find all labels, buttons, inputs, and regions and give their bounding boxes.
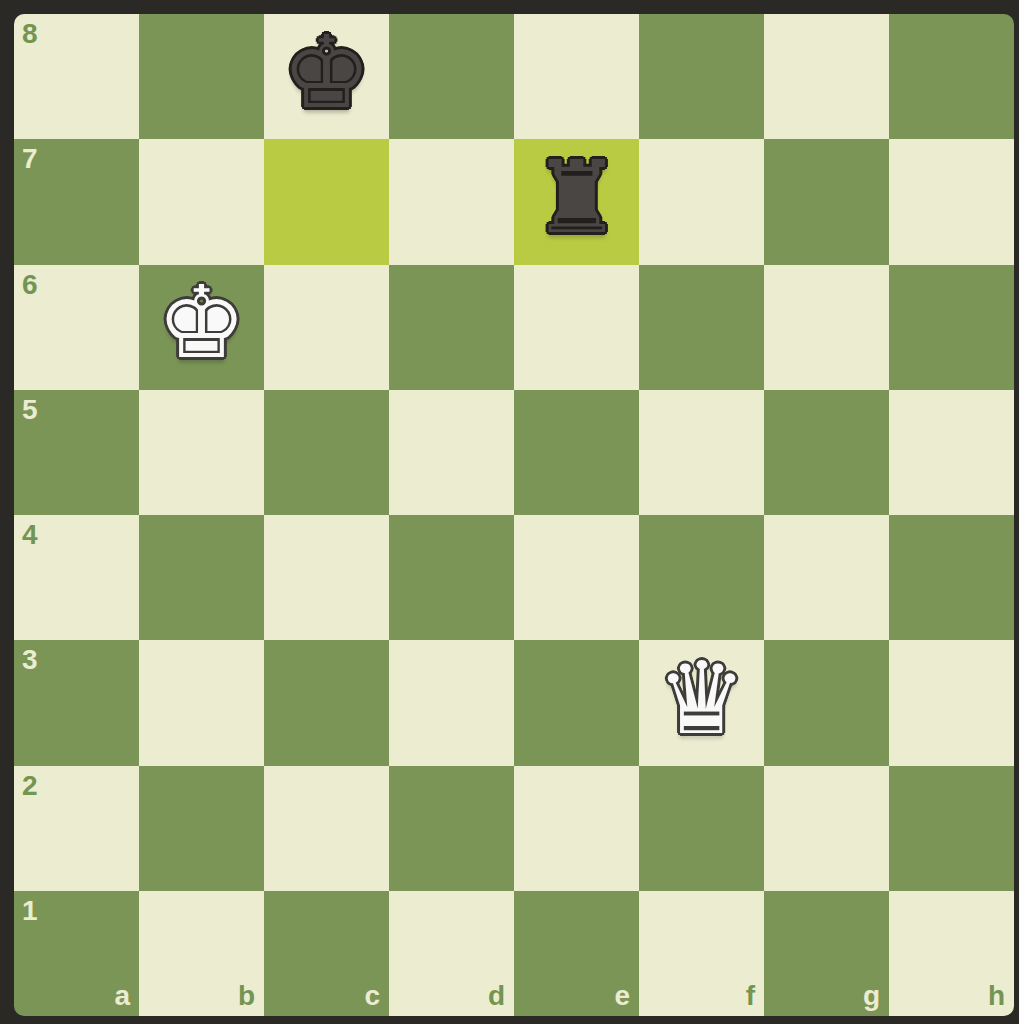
square-a6[interactable]: 6	[14, 265, 139, 390]
square-g8[interactable]	[764, 14, 889, 139]
square-f4[interactable]	[639, 515, 764, 640]
square-a2[interactable]: 2	[14, 766, 139, 891]
square-d2[interactable]	[389, 766, 514, 891]
square-b4[interactable]	[139, 515, 264, 640]
square-h3[interactable]	[889, 640, 1014, 765]
rank-label-2: 2	[22, 772, 38, 800]
square-d4[interactable]	[389, 515, 514, 640]
square-c5[interactable]	[264, 390, 389, 515]
square-d6[interactable]	[389, 265, 514, 390]
square-h2[interactable]	[889, 766, 1014, 891]
rank-label-5: 5	[22, 396, 38, 424]
square-g5[interactable]	[764, 390, 889, 515]
square-c8[interactable]: ♚	[264, 14, 389, 139]
file-label-e: e	[614, 982, 630, 1010]
square-d8[interactable]	[389, 14, 514, 139]
white-queen[interactable]: ♛	[657, 649, 747, 749]
square-f3[interactable]: ♛	[639, 640, 764, 765]
square-d3[interactable]	[389, 640, 514, 765]
square-g2[interactable]	[764, 766, 889, 891]
file-label-c: c	[364, 982, 380, 1010]
square-a5[interactable]: 5	[14, 390, 139, 515]
square-c6[interactable]	[264, 265, 389, 390]
square-d5[interactable]	[389, 390, 514, 515]
chess-board: 8♚7♜6♚543♛21abcdefgh	[14, 14, 1014, 1016]
square-g7[interactable]	[764, 139, 889, 264]
square-a7[interactable]: 7	[14, 139, 139, 264]
square-h4[interactable]	[889, 515, 1014, 640]
square-g1[interactable]: g	[764, 891, 889, 1016]
square-f8[interactable]	[639, 14, 764, 139]
square-e5[interactable]	[514, 390, 639, 515]
square-b7[interactable]	[139, 139, 264, 264]
square-b1[interactable]: b	[139, 891, 264, 1016]
square-d1[interactable]: d	[389, 891, 514, 1016]
rank-label-1: 1	[22, 897, 38, 925]
file-label-b: b	[238, 982, 255, 1010]
square-e1[interactable]: e	[514, 891, 639, 1016]
square-c1[interactable]: c	[264, 891, 389, 1016]
board-frame: 8♚7♜6♚543♛21abcdefgh	[0, 0, 1019, 1024]
square-b6[interactable]: ♚	[139, 265, 264, 390]
square-g3[interactable]	[764, 640, 889, 765]
square-h5[interactable]	[889, 390, 1014, 515]
square-a4[interactable]: 4	[14, 515, 139, 640]
rank-label-3: 3	[22, 646, 38, 674]
rank-label-7: 7	[22, 145, 38, 173]
square-e2[interactable]	[514, 766, 639, 891]
square-h7[interactable]	[889, 139, 1014, 264]
white-king[interactable]: ♚	[157, 273, 247, 373]
square-c7[interactable]	[264, 139, 389, 264]
square-b5[interactable]	[139, 390, 264, 515]
black-king[interactable]: ♚	[282, 23, 372, 123]
square-f7[interactable]	[639, 139, 764, 264]
square-g4[interactable]	[764, 515, 889, 640]
file-label-d: d	[488, 982, 505, 1010]
square-a1[interactable]: 1a	[14, 891, 139, 1016]
square-d7[interactable]	[389, 139, 514, 264]
black-rook[interactable]: ♜	[532, 148, 622, 248]
square-b2[interactable]	[139, 766, 264, 891]
square-e7[interactable]: ♜	[514, 139, 639, 264]
square-f1[interactable]: f	[639, 891, 764, 1016]
square-h8[interactable]	[889, 14, 1014, 139]
file-label-g: g	[863, 982, 880, 1010]
square-a3[interactable]: 3	[14, 640, 139, 765]
square-b8[interactable]	[139, 14, 264, 139]
square-c2[interactable]	[264, 766, 389, 891]
file-label-a: a	[114, 982, 130, 1010]
square-f5[interactable]	[639, 390, 764, 515]
square-c4[interactable]	[264, 515, 389, 640]
square-h1[interactable]: h	[889, 891, 1014, 1016]
square-f6[interactable]	[639, 265, 764, 390]
file-label-f: f	[746, 982, 755, 1010]
square-f2[interactable]	[639, 766, 764, 891]
file-label-h: h	[988, 982, 1005, 1010]
square-a8[interactable]: 8	[14, 14, 139, 139]
square-g6[interactable]	[764, 265, 889, 390]
rank-label-8: 8	[22, 20, 38, 48]
square-h6[interactable]	[889, 265, 1014, 390]
square-e8[interactable]	[514, 14, 639, 139]
rank-label-4: 4	[22, 521, 38, 549]
square-e6[interactable]	[514, 265, 639, 390]
square-b3[interactable]	[139, 640, 264, 765]
rank-label-6: 6	[22, 271, 38, 299]
square-e4[interactable]	[514, 515, 639, 640]
square-c3[interactable]	[264, 640, 389, 765]
square-e3[interactable]	[514, 640, 639, 765]
